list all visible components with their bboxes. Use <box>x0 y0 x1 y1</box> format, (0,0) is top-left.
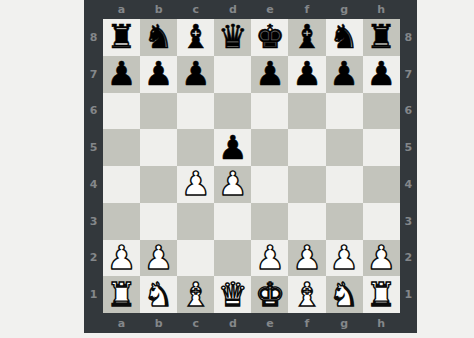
square-g8[interactable]: ♞ <box>326 19 363 56</box>
file-label-a-bottom: a <box>103 313 140 333</box>
file-label-b-top: b <box>140 0 177 19</box>
square-c4[interactable]: ♟ <box>177 166 214 203</box>
rank-label-1-right: 1 <box>400 276 417 313</box>
square-d4[interactable]: ♟ <box>214 166 251 203</box>
piece-black-pawn[interactable]: ♟ <box>181 56 211 92</box>
square-f1[interactable]: ♝ <box>288 276 325 313</box>
square-a5[interactable] <box>103 129 140 166</box>
file-label-g-bottom: g <box>326 313 363 333</box>
square-g5[interactable] <box>326 129 363 166</box>
file-label-c-bottom: c <box>177 313 214 333</box>
square-c2[interactable] <box>177 240 214 277</box>
square-f6[interactable] <box>288 93 325 130</box>
piece-black-bishop[interactable]: ♝ <box>181 19 211 55</box>
piece-black-rook[interactable]: ♜ <box>366 19 396 55</box>
rank-label-8-left: 8 <box>84 19 103 56</box>
board-corner <box>400 313 417 333</box>
rank-label-4-left: 4 <box>84 166 103 203</box>
piece-black-pawn[interactable]: ♟ <box>218 130 248 166</box>
piece-black-pawn[interactable]: ♟ <box>107 56 137 92</box>
file-label-d-top: d <box>214 0 251 19</box>
square-c1[interactable]: ♝ <box>177 276 214 313</box>
square-e4[interactable] <box>251 166 288 203</box>
piece-white-queen[interactable]: ♛ <box>218 277 248 313</box>
piece-white-rook[interactable]: ♜ <box>366 277 396 313</box>
square-b5[interactable] <box>140 129 177 166</box>
square-h3[interactable] <box>363 203 400 240</box>
square-h2[interactable]: ♟ <box>363 240 400 277</box>
piece-black-pawn[interactable]: ♟ <box>255 56 285 92</box>
square-h4[interactable] <box>363 166 400 203</box>
file-label-f-top: f <box>288 0 325 19</box>
piece-white-pawn[interactable]: ♟ <box>329 240 359 276</box>
file-label-d-bottom: d <box>214 313 251 333</box>
square-e3[interactable] <box>251 203 288 240</box>
square-b4[interactable] <box>140 166 177 203</box>
square-a4[interactable] <box>103 166 140 203</box>
square-d5[interactable]: ♟ <box>214 129 251 166</box>
square-h8[interactable]: ♜ <box>363 19 400 56</box>
piece-white-pawn[interactable]: ♟ <box>144 240 174 276</box>
square-b6[interactable] <box>140 93 177 130</box>
square-c7[interactable]: ♟ <box>177 56 214 93</box>
square-f8[interactable]: ♝ <box>288 19 325 56</box>
square-g7[interactable]: ♟ <box>326 56 363 93</box>
chess-board: abcdefgh8♜♞♝♛♚♝♞♜87♟♟♟♟♟♟♟7665♟54♟♟4332♟… <box>84 0 417 333</box>
piece-white-pawn[interactable]: ♟ <box>292 240 322 276</box>
rank-label-1-left: 1 <box>84 276 103 313</box>
square-g2[interactable]: ♟ <box>326 240 363 277</box>
piece-black-queen[interactable]: ♛ <box>218 19 248 55</box>
square-a1[interactable]: ♜ <box>103 276 140 313</box>
file-label-b-bottom: b <box>140 313 177 333</box>
piece-black-bishop[interactable]: ♝ <box>292 19 322 55</box>
square-e8[interactable]: ♚ <box>251 19 288 56</box>
rank-label-7-left: 7 <box>84 56 103 93</box>
file-label-c-top: c <box>177 0 214 19</box>
piece-white-pawn[interactable]: ♟ <box>107 240 137 276</box>
square-d7[interactable] <box>214 56 251 93</box>
square-f4[interactable] <box>288 166 325 203</box>
square-a3[interactable] <box>103 203 140 240</box>
square-d8[interactable]: ♛ <box>214 19 251 56</box>
square-f2[interactable]: ♟ <box>288 240 325 277</box>
square-g4[interactable] <box>326 166 363 203</box>
piece-white-pawn[interactable]: ♟ <box>366 240 396 276</box>
square-d2[interactable] <box>214 240 251 277</box>
square-d6[interactable] <box>214 93 251 130</box>
square-f3[interactable] <box>288 203 325 240</box>
square-a6[interactable] <box>103 93 140 130</box>
rank-label-4-right: 4 <box>400 166 417 203</box>
square-c3[interactable] <box>177 203 214 240</box>
rank-label-5-right: 5 <box>400 129 417 166</box>
piece-white-bishop[interactable]: ♝ <box>292 277 322 313</box>
square-d1[interactable]: ♛ <box>214 276 251 313</box>
square-b7[interactable]: ♟ <box>140 56 177 93</box>
file-label-f-bottom: f <box>288 313 325 333</box>
file-label-h-bottom: h <box>363 313 400 333</box>
file-label-g-top: g <box>326 0 363 19</box>
piece-black-pawn[interactable]: ♟ <box>366 56 396 92</box>
square-e7[interactable]: ♟ <box>251 56 288 93</box>
piece-white-knight[interactable]: ♞ <box>329 277 359 313</box>
file-label-e-top: e <box>251 0 288 19</box>
rank-label-7-right: 7 <box>400 56 417 93</box>
square-c8[interactable]: ♝ <box>177 19 214 56</box>
square-e6[interactable] <box>251 93 288 130</box>
file-label-e-bottom: e <box>251 313 288 333</box>
chess-board-frame: abcdefgh8♜♞♝♛♚♝♞♜87♟♟♟♟♟♟♟7665♟54♟♟4332♟… <box>84 0 417 333</box>
square-b8[interactable]: ♞ <box>140 19 177 56</box>
file-label-a-top: a <box>103 0 140 19</box>
piece-black-pawn[interactable]: ♟ <box>144 56 174 92</box>
piece-black-knight[interactable]: ♞ <box>144 19 174 55</box>
square-f7[interactable]: ♟ <box>288 56 325 93</box>
piece-black-pawn[interactable]: ♟ <box>292 56 322 92</box>
square-e2[interactable]: ♟ <box>251 240 288 277</box>
square-c5[interactable] <box>177 129 214 166</box>
rank-label-3-left: 3 <box>84 203 103 240</box>
rank-label-2-right: 2 <box>400 240 417 277</box>
square-e1[interactable]: ♚ <box>251 276 288 313</box>
square-a8[interactable]: ♜ <box>103 19 140 56</box>
rank-label-3-right: 3 <box>400 203 417 240</box>
piece-black-rook[interactable]: ♜ <box>107 19 137 55</box>
square-a7[interactable]: ♟ <box>103 56 140 93</box>
rank-label-6-right: 6 <box>400 93 417 130</box>
square-h7[interactable]: ♟ <box>363 56 400 93</box>
square-b1[interactable]: ♞ <box>140 276 177 313</box>
rank-label-6-left: 6 <box>84 93 103 130</box>
piece-white-king[interactable]: ♚ <box>255 277 285 313</box>
square-d3[interactable] <box>214 203 251 240</box>
board-corner <box>84 313 103 333</box>
square-g3[interactable] <box>326 203 363 240</box>
square-h1[interactable]: ♜ <box>363 276 400 313</box>
piece-white-rook[interactable]: ♜ <box>107 277 137 313</box>
piece-black-pawn[interactable]: ♟ <box>329 56 359 92</box>
piece-white-pawn[interactable]: ♟ <box>218 166 248 202</box>
piece-white-pawn[interactable]: ♟ <box>255 240 285 276</box>
piece-white-knight[interactable]: ♞ <box>144 277 174 313</box>
piece-black-knight[interactable]: ♞ <box>329 19 359 55</box>
rank-label-5-left: 5 <box>84 129 103 166</box>
board-corner <box>400 0 417 19</box>
square-f5[interactable] <box>288 129 325 166</box>
piece-white-bishop[interactable]: ♝ <box>181 277 211 313</box>
square-h5[interactable] <box>363 129 400 166</box>
board-corner <box>84 0 103 19</box>
rank-label-2-left: 2 <box>84 240 103 277</box>
square-b2[interactable]: ♟ <box>140 240 177 277</box>
rank-label-8-right: 8 <box>400 19 417 56</box>
piece-white-pawn[interactable]: ♟ <box>181 166 211 202</box>
square-a2[interactable]: ♟ <box>103 240 140 277</box>
square-e5[interactable] <box>251 129 288 166</box>
square-c6[interactable] <box>177 93 214 130</box>
piece-black-king[interactable]: ♚ <box>255 19 285 55</box>
square-g6[interactable] <box>326 93 363 130</box>
file-label-h-top: h <box>363 0 400 19</box>
square-h6[interactable] <box>363 93 400 130</box>
square-b3[interactable] <box>140 203 177 240</box>
square-g1[interactable]: ♞ <box>326 276 363 313</box>
